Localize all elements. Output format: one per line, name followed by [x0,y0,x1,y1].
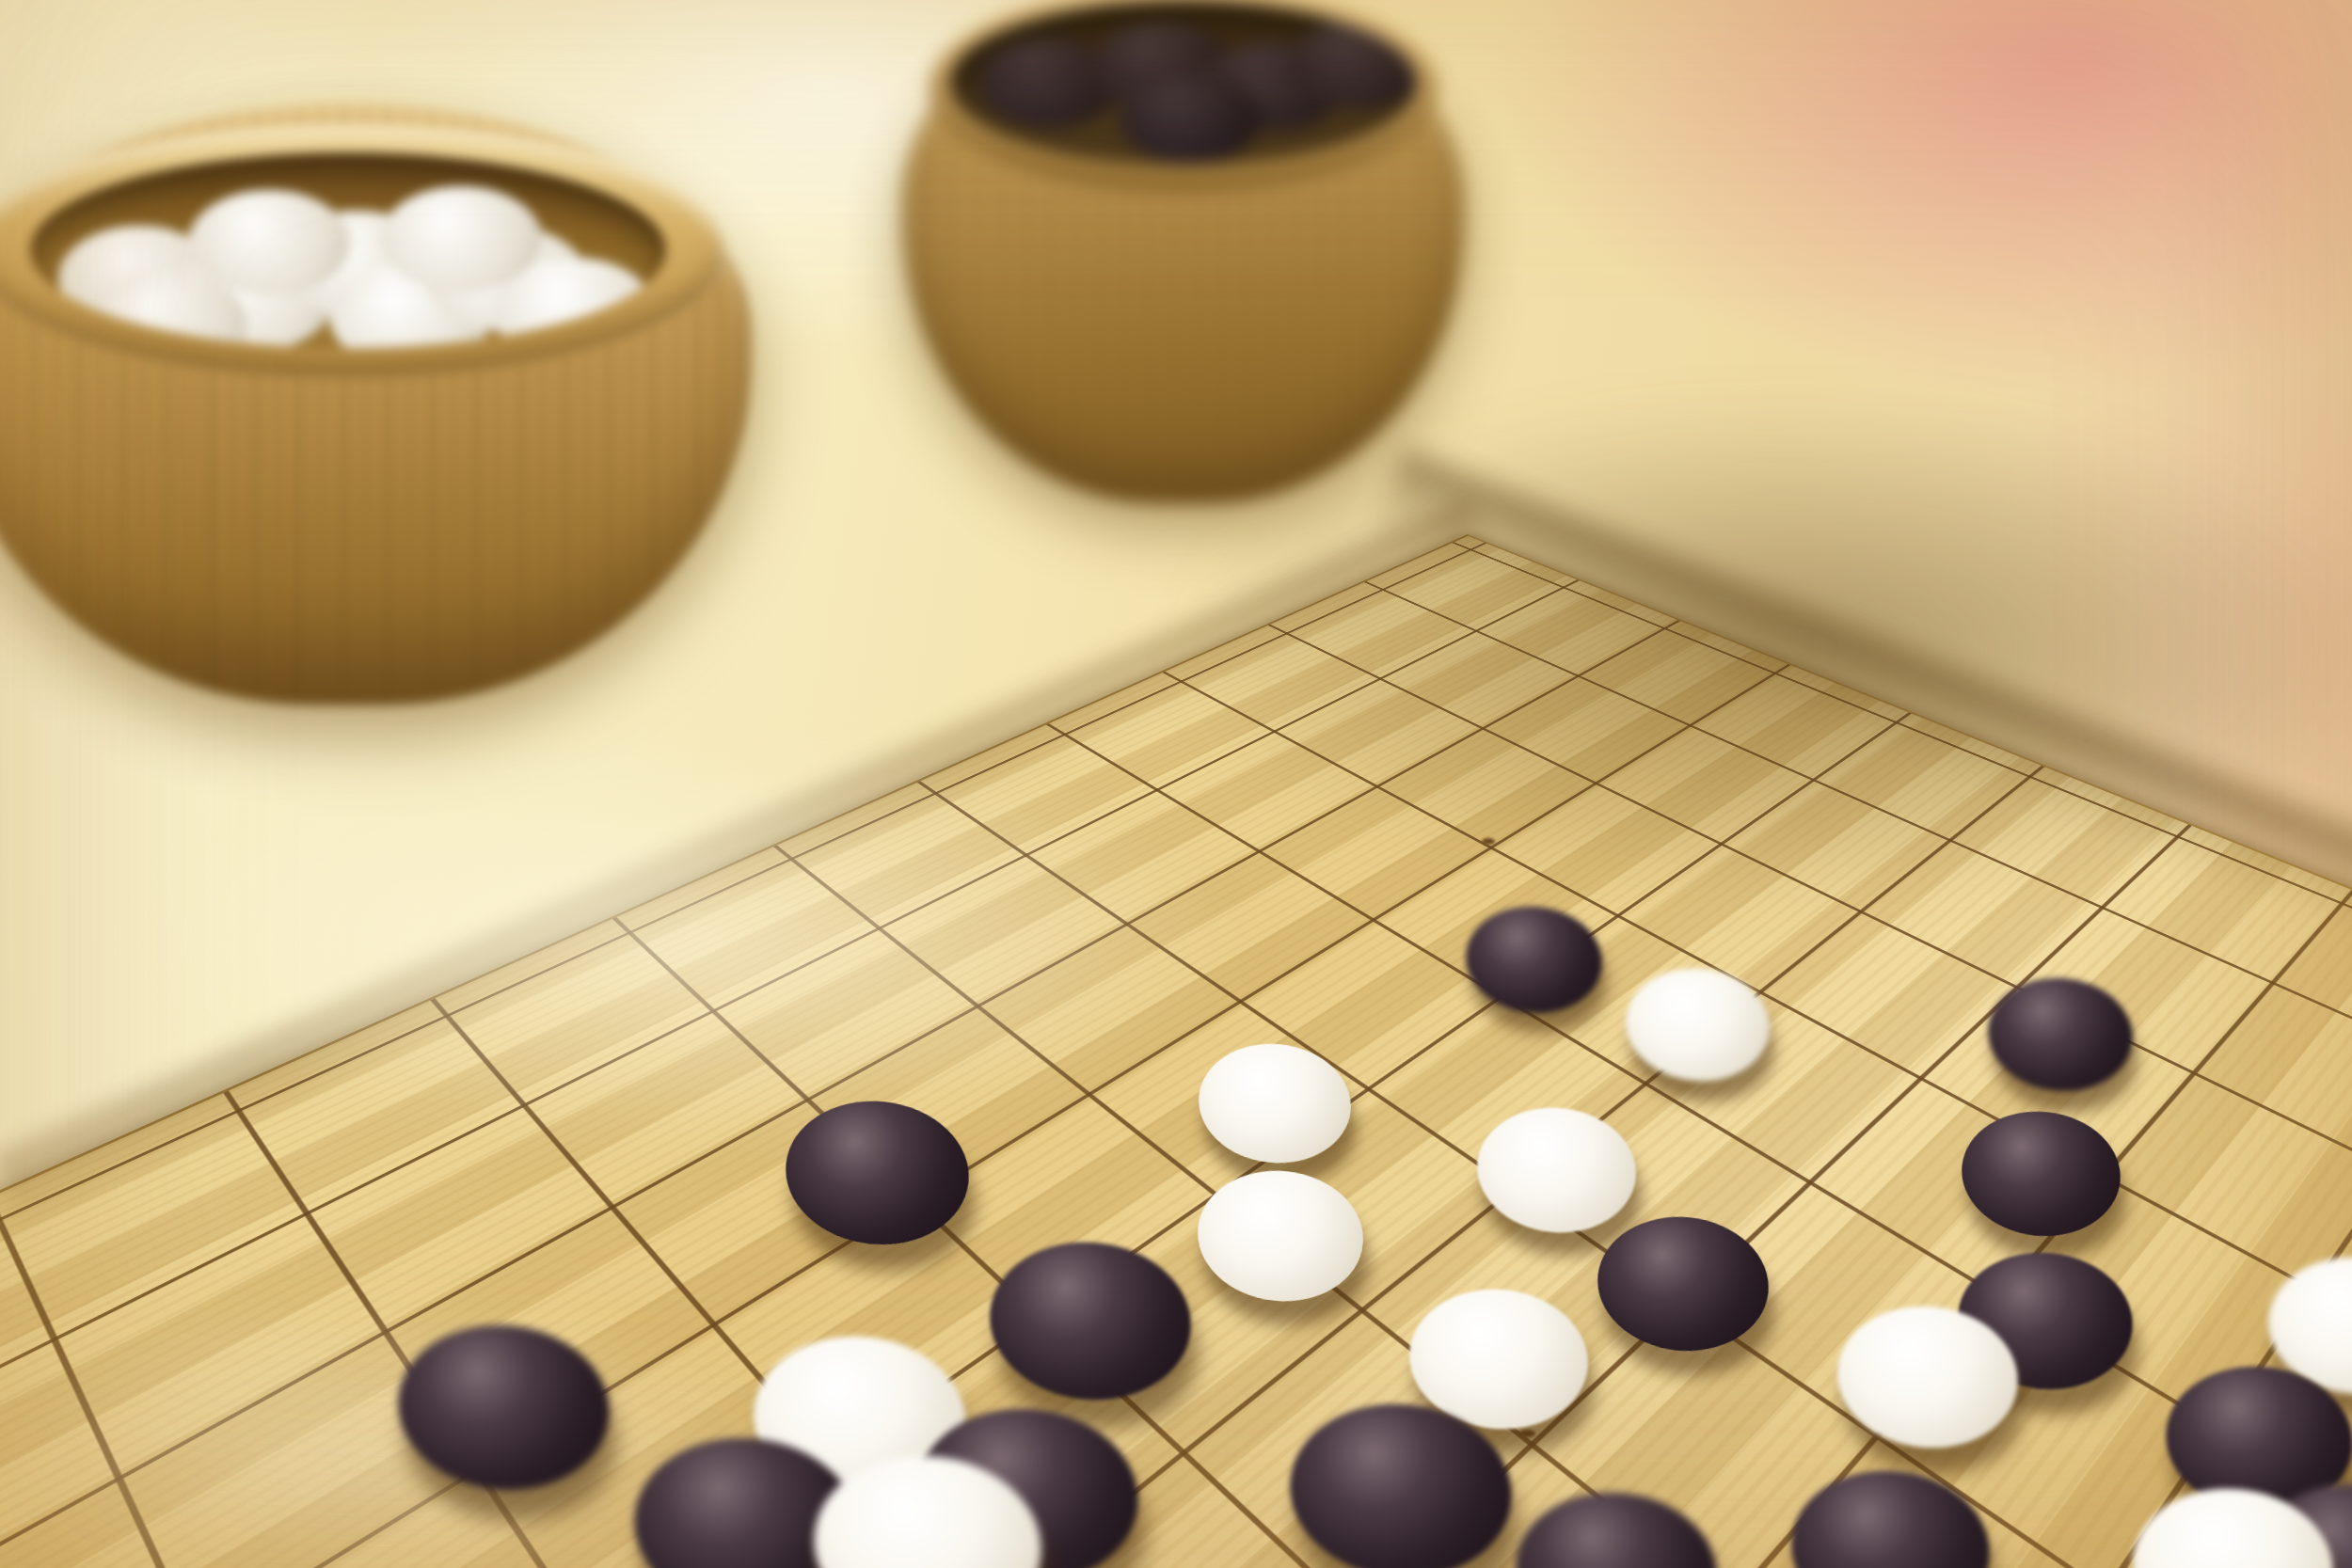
stone-white [1193,1037,1357,1170]
stone-black [389,1315,617,1501]
stone-black [1982,971,2138,1098]
go-photo-scene [0,0,2352,1568]
hoshi-point [1482,838,1495,845]
stone-black [982,1232,1199,1409]
stone-white [1192,1163,1371,1308]
stone-black [1784,1462,1997,1568]
bowl-stone-white [188,190,350,295]
stone-black [1591,1209,1774,1359]
stone-black [778,1092,975,1253]
stone-white [1621,961,1775,1087]
bowl-stone-black [1120,73,1261,164]
white-stone-bowl-opening [30,152,666,348]
stone-black [1956,1103,2127,1243]
black-stone-bowl [901,0,1471,510]
stone-white [1471,1100,1643,1240]
hoshi-point [1519,1430,1536,1438]
black-stone-bowl-opening [950,0,1417,166]
stone-black [1460,899,1608,1020]
stone-black [1508,1482,1724,1568]
bowl-stone-white [380,186,542,292]
white-stone-bowl [0,38,771,715]
